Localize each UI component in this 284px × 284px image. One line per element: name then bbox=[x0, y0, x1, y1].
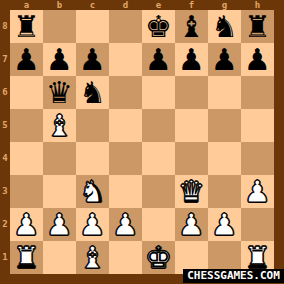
black-pawn-piece: ♟ bbox=[208, 43, 241, 76]
rank-labels: 87654321 bbox=[0, 10, 10, 274]
square-b5[interactable]: ♝ bbox=[43, 109, 76, 142]
white-rook-piece: ♜ bbox=[10, 241, 43, 274]
black-rook-piece: ♜ bbox=[241, 10, 274, 43]
square-f5[interactable] bbox=[175, 109, 208, 142]
square-h5[interactable] bbox=[241, 109, 274, 142]
black-pawn-piece: ♟ bbox=[10, 43, 43, 76]
square-g7[interactable]: ♟ bbox=[208, 43, 241, 76]
black-pawn-piece: ♟ bbox=[142, 43, 175, 76]
watermark: CHESSGAMES.COM bbox=[183, 269, 284, 283]
square-h3[interactable]: ♟ bbox=[241, 175, 274, 208]
white-pawn-piece: ♟ bbox=[10, 208, 43, 241]
square-c4[interactable] bbox=[76, 142, 109, 175]
square-g3[interactable] bbox=[208, 175, 241, 208]
chess-diagram: abcdefgh 87654321 ♜♚♝♞♜♟♟♟♟♟♟♟♛♞♝♞♛♟♟♟♟♟… bbox=[0, 0, 284, 284]
square-f2[interactable]: ♟ bbox=[175, 208, 208, 241]
square-h6[interactable] bbox=[241, 76, 274, 109]
square-h2[interactable] bbox=[241, 208, 274, 241]
square-g8[interactable]: ♞ bbox=[208, 10, 241, 43]
square-a3[interactable] bbox=[10, 175, 43, 208]
white-pawn-piece: ♟ bbox=[241, 175, 274, 208]
black-king-piece: ♚ bbox=[142, 10, 175, 43]
square-f4[interactable] bbox=[175, 142, 208, 175]
square-a1[interactable]: ♜ bbox=[10, 241, 43, 274]
square-d4[interactable] bbox=[109, 142, 142, 175]
square-c7[interactable]: ♟ bbox=[76, 43, 109, 76]
white-king-piece: ♚ bbox=[142, 241, 175, 274]
square-f7[interactable]: ♟ bbox=[175, 43, 208, 76]
square-h4[interactable] bbox=[241, 142, 274, 175]
square-a7[interactable]: ♟ bbox=[10, 43, 43, 76]
black-pawn-piece: ♟ bbox=[241, 43, 274, 76]
square-h8[interactable]: ♜ bbox=[241, 10, 274, 43]
square-g4[interactable] bbox=[208, 142, 241, 175]
square-e1[interactable]: ♚ bbox=[142, 241, 175, 274]
black-queen-piece: ♛ bbox=[43, 76, 76, 109]
square-d3[interactable] bbox=[109, 175, 142, 208]
square-e6[interactable] bbox=[142, 76, 175, 109]
rank-label-4: 4 bbox=[0, 142, 10, 175]
rank-label-8: 8 bbox=[0, 10, 10, 43]
rank-label-7: 7 bbox=[0, 43, 10, 76]
square-d6[interactable] bbox=[109, 76, 142, 109]
square-c1[interactable]: ♝ bbox=[76, 241, 109, 274]
black-pawn-piece: ♟ bbox=[43, 43, 76, 76]
square-f8[interactable]: ♝ bbox=[175, 10, 208, 43]
white-queen-piece: ♛ bbox=[175, 175, 208, 208]
square-b3[interactable] bbox=[43, 175, 76, 208]
square-a4[interactable] bbox=[10, 142, 43, 175]
square-a2[interactable]: ♟ bbox=[10, 208, 43, 241]
square-c6[interactable]: ♞ bbox=[76, 76, 109, 109]
square-b8[interactable] bbox=[43, 10, 76, 43]
square-d7[interactable] bbox=[109, 43, 142, 76]
square-d5[interactable] bbox=[109, 109, 142, 142]
square-f6[interactable] bbox=[175, 76, 208, 109]
square-c5[interactable] bbox=[76, 109, 109, 142]
white-pawn-piece: ♟ bbox=[175, 208, 208, 241]
black-bishop-piece: ♝ bbox=[175, 10, 208, 43]
square-d1[interactable] bbox=[109, 241, 142, 274]
square-d8[interactable] bbox=[109, 10, 142, 43]
square-e5[interactable] bbox=[142, 109, 175, 142]
white-pawn-piece: ♟ bbox=[76, 208, 109, 241]
black-pawn-piece: ♟ bbox=[76, 43, 109, 76]
rank-label-1: 1 bbox=[0, 241, 10, 274]
square-b1[interactable] bbox=[43, 241, 76, 274]
black-knight-piece: ♞ bbox=[208, 10, 241, 43]
white-pawn-piece: ♟ bbox=[109, 208, 142, 241]
square-e4[interactable] bbox=[142, 142, 175, 175]
square-a5[interactable] bbox=[10, 109, 43, 142]
black-knight-piece: ♞ bbox=[76, 76, 109, 109]
square-d2[interactable]: ♟ bbox=[109, 208, 142, 241]
rank-label-5: 5 bbox=[0, 109, 10, 142]
square-f3[interactable]: ♛ bbox=[175, 175, 208, 208]
square-e2[interactable] bbox=[142, 208, 175, 241]
file-label-b: b bbox=[43, 0, 76, 10]
square-h7[interactable]: ♟ bbox=[241, 43, 274, 76]
white-pawn-piece: ♟ bbox=[43, 208, 76, 241]
black-pawn-piece: ♟ bbox=[175, 43, 208, 76]
file-label-c: c bbox=[76, 0, 109, 10]
square-c2[interactable]: ♟ bbox=[76, 208, 109, 241]
square-g6[interactable] bbox=[208, 76, 241, 109]
white-bishop-piece: ♝ bbox=[76, 241, 109, 274]
black-rook-piece: ♜ bbox=[10, 10, 43, 43]
square-g2[interactable]: ♟ bbox=[208, 208, 241, 241]
rank-label-2: 2 bbox=[0, 208, 10, 241]
rank-label-3: 3 bbox=[0, 175, 10, 208]
square-b2[interactable]: ♟ bbox=[43, 208, 76, 241]
white-bishop-piece: ♝ bbox=[43, 109, 76, 142]
square-b6[interactable]: ♛ bbox=[43, 76, 76, 109]
square-e7[interactable]: ♟ bbox=[142, 43, 175, 76]
square-a6[interactable] bbox=[10, 76, 43, 109]
white-pawn-piece: ♟ bbox=[208, 208, 241, 241]
square-c8[interactable] bbox=[76, 10, 109, 43]
file-label-d: d bbox=[109, 0, 142, 10]
square-b7[interactable]: ♟ bbox=[43, 43, 76, 76]
square-b4[interactable] bbox=[43, 142, 76, 175]
square-g5[interactable] bbox=[208, 109, 241, 142]
white-knight-piece: ♞ bbox=[76, 175, 109, 208]
board: ♜♚♝♞♜♟♟♟♟♟♟♟♛♞♝♞♛♟♟♟♟♟♟♟♜♝♚♜ bbox=[10, 10, 274, 274]
rank-label-6: 6 bbox=[0, 76, 10, 109]
square-a8[interactable]: ♜ bbox=[10, 10, 43, 43]
square-e8[interactable]: ♚ bbox=[142, 10, 175, 43]
square-c3[interactable]: ♞ bbox=[76, 175, 109, 208]
square-e3[interactable] bbox=[142, 175, 175, 208]
